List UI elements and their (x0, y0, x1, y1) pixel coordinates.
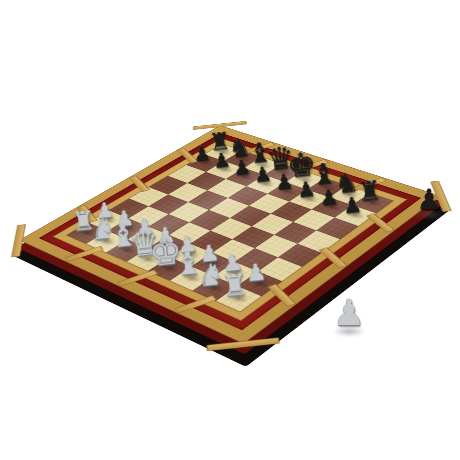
scene: ♜♞♝♛♚♝♞♜♟♟♟♟♟♟♟♟♟♟♟♟♟♟♟♟♜♞♝♛♚♝♞♜ (0, 0, 460, 460)
offboard-piece-glyph: ♟ (319, 295, 379, 331)
chess-set-render: ♜♞♝♛♚♝♞♜♟♟♟♟♟♟♟♟♟♟♟♟♟♟♟♟♜♞♝♛♚♝♞♜ ♟♟ (0, 0, 460, 460)
piece-glyph: ♟ (331, 193, 374, 218)
piece-glyph: ♜ (211, 268, 258, 302)
offboard-piece-glyph: ♟ (399, 186, 459, 214)
